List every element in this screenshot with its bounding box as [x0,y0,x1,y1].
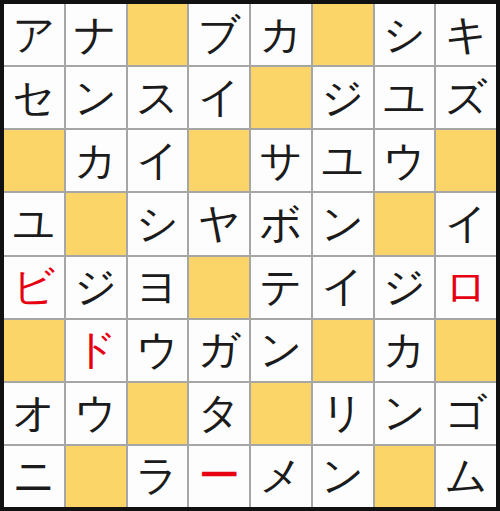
crossword-board: アナブカシキセンスイジユズカイサユウユシヤボンイビジヨテイジロドウガンカオウタリ… [0,0,500,511]
letter-cell-r6c7[interactable]: カ [375,320,435,381]
letter-cell-r5c3[interactable]: ヨ [128,257,188,318]
letter-cell-r3c2[interactable]: カ [66,130,126,191]
letter-cell-r7c4[interactable]: タ [189,383,249,444]
blocked-cell-r6c1 [4,320,64,381]
letter-cell-r2c1[interactable]: セ [4,67,64,128]
blocked-cell-r8c7 [375,446,435,507]
letter-cell-r6c4[interactable]: ガ [189,320,249,381]
letter-cell-r8c1[interactable]: ニ [4,446,64,507]
blocked-cell-r3c8 [436,130,496,191]
letter-cell-r8c4[interactable]: ー [189,446,249,507]
letter-cell-r5c7[interactable]: ジ [375,257,435,318]
crossword-puzzle: アナブカシキセンスイジユズカイサユウユシヤボンイビジヨテイジロドウガンカオウタリ… [0,0,500,511]
letter-cell-r8c8[interactable]: ム [436,446,496,507]
letter-cell-r3c6[interactable]: ユ [313,130,373,191]
letter-cell-r8c5[interactable]: メ [251,446,311,507]
letter-cell-r7c8[interactable]: ゴ [436,383,496,444]
letter-cell-r2c8[interactable]: ズ [436,67,496,128]
letter-cell-r1c8[interactable]: キ [436,4,496,65]
letter-cell-r5c2[interactable]: ジ [66,257,126,318]
blocked-cell-r7c3 [128,383,188,444]
letter-cell-r8c3[interactable]: ラ [128,446,188,507]
blocked-cell-r8c2 [66,446,126,507]
letter-cell-r4c4[interactable]: ヤ [189,193,249,254]
letter-cell-r7c2[interactable]: ウ [66,383,126,444]
letter-cell-r1c1[interactable]: ア [4,4,64,65]
letter-cell-r6c5[interactable]: ン [251,320,311,381]
letter-cell-r4c6[interactable]: ン [313,193,373,254]
letter-cell-r2c4[interactable]: イ [189,67,249,128]
letter-cell-r7c6[interactable]: リ [313,383,373,444]
letter-cell-r3c5[interactable]: サ [251,130,311,191]
letter-cell-r2c7[interactable]: ユ [375,67,435,128]
letter-cell-r1c7[interactable]: シ [375,4,435,65]
blocked-cell-r1c6 [313,4,373,65]
blocked-cell-r3c4 [189,130,249,191]
blocked-cell-r6c8 [436,320,496,381]
letter-cell-r3c3[interactable]: イ [128,130,188,191]
letter-cell-r2c6[interactable]: ジ [313,67,373,128]
letter-cell-r5c5[interactable]: テ [251,257,311,318]
letter-cell-r6c3[interactable]: ウ [128,320,188,381]
letter-cell-r5c8[interactable]: ロ [436,257,496,318]
blocked-cell-r4c7 [375,193,435,254]
letter-cell-r7c7[interactable]: ン [375,383,435,444]
letter-cell-r4c1[interactable]: ユ [4,193,64,254]
blocked-cell-r6c6 [313,320,373,381]
letter-cell-r5c1[interactable]: ビ [4,257,64,318]
letter-cell-r8c6[interactable]: ン [313,446,373,507]
letter-cell-r6c2[interactable]: ド [66,320,126,381]
letter-cell-r5c6[interactable]: イ [313,257,373,318]
letter-cell-r1c2[interactable]: ナ [66,4,126,65]
letter-cell-r1c4[interactable]: ブ [189,4,249,65]
blocked-cell-r2c5 [251,67,311,128]
letter-cell-r1c5[interactable]: カ [251,4,311,65]
letter-cell-r2c3[interactable]: ス [128,67,188,128]
blocked-cell-r1c3 [128,4,188,65]
letter-cell-r7c1[interactable]: オ [4,383,64,444]
blocked-cell-r7c5 [251,383,311,444]
letter-cell-r4c8[interactable]: イ [436,193,496,254]
letter-cell-r2c2[interactable]: ン [66,67,126,128]
blocked-cell-r5c4 [189,257,249,318]
blocked-cell-r3c1 [4,130,64,191]
letter-cell-r3c7[interactable]: ウ [375,130,435,191]
letter-cell-r4c5[interactable]: ボ [251,193,311,254]
blocked-cell-r4c2 [66,193,126,254]
letter-cell-r4c3[interactable]: シ [128,193,188,254]
